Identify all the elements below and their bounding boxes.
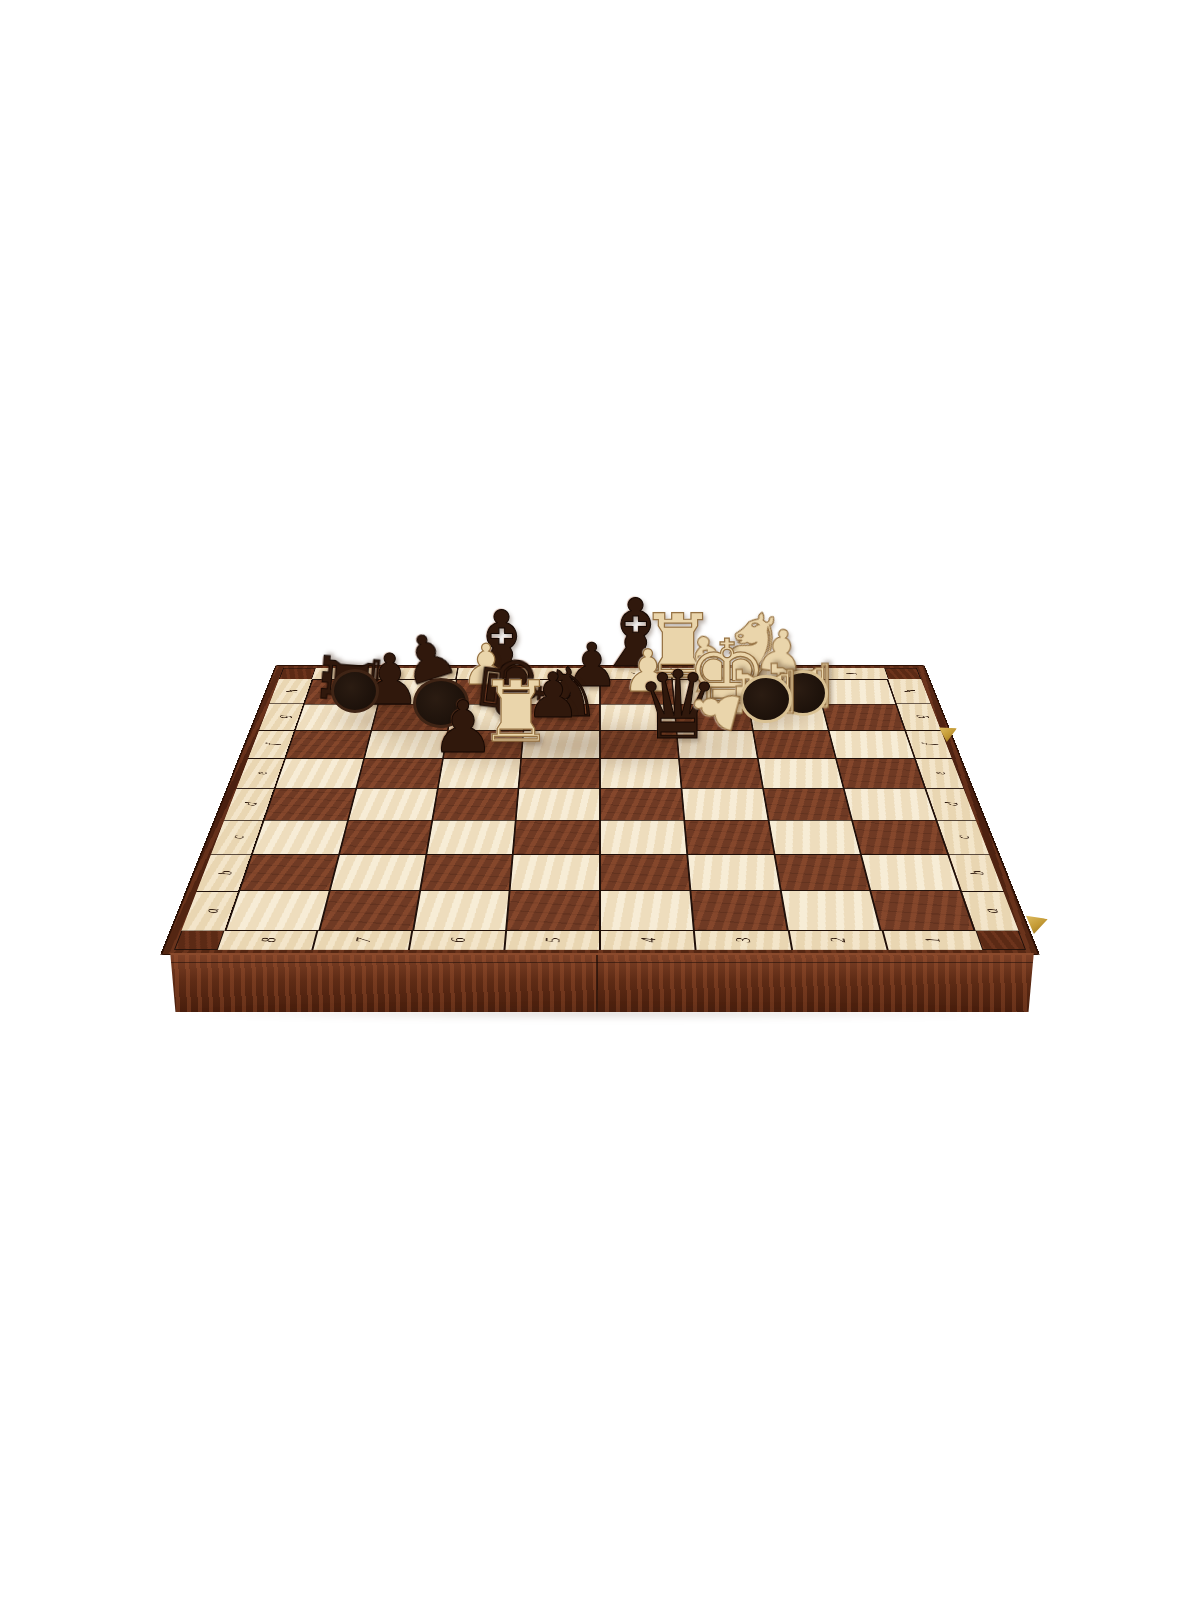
square-b4 — [601, 855, 689, 891]
coordinate-label: b — [965, 871, 987, 875]
border-corner-back-right — [884, 668, 921, 679]
square-f8 — [286, 731, 370, 758]
back-label-7: 7 — [384, 668, 457, 679]
square-a4 — [601, 891, 693, 930]
square-g5 — [525, 704, 600, 730]
board-cast-shadow — [170, 1006, 1034, 1020]
coordinate-label: 4 — [628, 672, 645, 675]
coordinate-label: 8 — [340, 672, 357, 675]
coordinate-label: 7 — [351, 938, 374, 943]
chess-board-plane: 87654321 87654321 hgfedcba hgfedcba — [160, 665, 1040, 955]
coordinate-label: a — [199, 909, 222, 914]
coordinate-label: 8 — [256, 938, 279, 943]
square-f3 — [677, 731, 756, 758]
coordinate-label: d — [239, 802, 259, 806]
square-d5 — [517, 789, 599, 820]
fold-seam — [599, 668, 601, 949]
coordinate-label: a — [978, 909, 1001, 914]
square-c1 — [853, 820, 947, 853]
coordinate-label: 1 — [842, 672, 859, 675]
square-a2 — [781, 891, 879, 930]
coordinate-label: 3 — [699, 672, 716, 675]
back-label-1: 1 — [815, 668, 889, 679]
front-label-5: 5 — [505, 931, 599, 950]
square-c6 — [427, 820, 515, 853]
square-h8 — [305, 680, 384, 704]
border-corner-back-left — [279, 668, 316, 679]
square-h6 — [453, 680, 528, 704]
square-g1 — [823, 704, 904, 730]
back-label-4: 4 — [601, 668, 672, 679]
square-f5 — [522, 731, 599, 758]
coordinate-label: 6 — [446, 938, 468, 943]
square-c2 — [769, 820, 860, 853]
front-face-groove — [165, 962, 1039, 963]
back-label-2: 2 — [743, 668, 816, 679]
square-e3 — [680, 759, 762, 788]
coordinate-label: 3 — [731, 938, 753, 943]
square-b2 — [775, 855, 870, 891]
square-c7 — [340, 820, 431, 853]
square-f4 — [601, 731, 678, 758]
coordinate-label: g — [272, 715, 290, 718]
square-c5 — [514, 820, 599, 853]
front-label-8: 8 — [218, 931, 317, 950]
square-d4 — [601, 789, 683, 820]
back-label-5: 5 — [529, 668, 600, 679]
front-label-3: 3 — [695, 931, 790, 950]
coordinate-label: e — [929, 772, 948, 775]
coordinate-label: g — [909, 715, 927, 718]
square-h7 — [379, 680, 456, 704]
coordinate-label: 6 — [484, 672, 501, 675]
square-c8 — [253, 820, 347, 853]
square-h5 — [527, 680, 599, 704]
square-g6 — [448, 704, 525, 730]
border-corner-front-right — [976, 931, 1026, 950]
board-front-face — [165, 953, 1039, 1012]
coordinate-label: 5 — [542, 938, 564, 943]
coordinate-label: h — [282, 690, 300, 693]
front-label-2: 2 — [789, 931, 886, 950]
square-c3 — [685, 820, 773, 853]
coordinate-label: d — [940, 802, 960, 806]
coordinate-label: b — [213, 871, 235, 875]
back-label-3: 3 — [672, 668, 744, 679]
square-f2 — [753, 731, 835, 758]
square-e7 — [357, 759, 442, 788]
square-e6 — [438, 759, 520, 788]
square-e1 — [837, 759, 924, 788]
coordinate-label: 2 — [771, 672, 788, 675]
square-a3 — [691, 891, 786, 930]
square-f1 — [830, 731, 914, 758]
coordinate-label: c — [952, 835, 973, 838]
square-g8 — [296, 704, 377, 730]
square-d7 — [349, 789, 437, 820]
front-label-1: 1 — [883, 931, 982, 950]
square-d8 — [265, 789, 355, 820]
square-h3 — [673, 680, 748, 704]
square-g7 — [372, 704, 451, 730]
square-g3 — [675, 704, 752, 730]
square-a6 — [414, 891, 509, 930]
square-d3 — [682, 789, 767, 820]
coordinate-label: c — [227, 835, 248, 838]
square-f7 — [365, 731, 447, 758]
square-a1 — [872, 891, 974, 930]
square-h1 — [816, 680, 895, 704]
coordinate-label: f — [919, 743, 937, 745]
square-h2 — [745, 680, 822, 704]
square-a5 — [507, 891, 599, 930]
square-g4 — [601, 704, 676, 730]
square-b1 — [862, 855, 960, 891]
coordinate-label: 2 — [826, 938, 849, 943]
back-label-8: 8 — [312, 668, 386, 679]
coordinate-label: 7 — [412, 672, 429, 675]
square-a8 — [227, 891, 329, 930]
square-b6 — [421, 855, 512, 891]
border-corner-front-left — [174, 931, 224, 950]
square-b7 — [330, 855, 425, 891]
square-h4 — [601, 680, 673, 704]
product-photo-chess-set: 87654321 87654321 hgfedcba hgfedcba ♜♟♟♝… — [0, 0, 1200, 1600]
square-e4 — [601, 759, 681, 788]
square-b3 — [688, 855, 779, 891]
square-e8 — [276, 759, 363, 788]
front-label-4: 4 — [601, 931, 695, 950]
front-label-7: 7 — [314, 931, 411, 950]
square-e5 — [520, 759, 600, 788]
front-face-fold-seam — [596, 955, 598, 1012]
coordinate-label: 4 — [637, 938, 659, 943]
coordinate-label: 5 — [556, 672, 573, 675]
square-a7 — [320, 891, 418, 930]
coordinate-label: e — [251, 772, 270, 775]
square-b5 — [511, 855, 599, 891]
coordinate-label: 1 — [921, 938, 944, 943]
coordinate-label: f — [262, 743, 280, 745]
square-d2 — [763, 789, 851, 820]
square-c4 — [601, 820, 686, 853]
square-d6 — [433, 789, 518, 820]
square-e2 — [758, 759, 843, 788]
square-g2 — [749, 704, 828, 730]
back-label-6: 6 — [456, 668, 528, 679]
square-d1 — [845, 789, 935, 820]
coordinate-label: h — [900, 690, 918, 693]
front-label-6: 6 — [409, 931, 504, 950]
square-f6 — [443, 731, 522, 758]
square-b8 — [240, 855, 338, 891]
